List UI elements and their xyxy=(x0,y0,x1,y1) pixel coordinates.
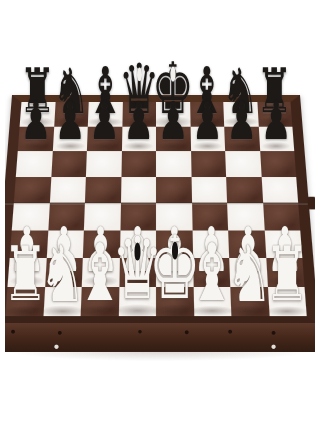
square-f3 xyxy=(192,230,229,258)
square-b7 xyxy=(52,126,88,151)
square-b1 xyxy=(43,287,82,317)
square-e6 xyxy=(156,151,191,177)
square-f5 xyxy=(191,177,227,203)
square-f1 xyxy=(193,287,231,317)
square-d7 xyxy=(121,126,156,151)
square-b6 xyxy=(51,151,87,177)
square-f7 xyxy=(190,126,225,151)
square-a1 xyxy=(5,287,44,317)
square-c2 xyxy=(82,258,120,287)
square-c8 xyxy=(88,102,123,126)
square-h8 xyxy=(257,102,292,126)
square-a7 xyxy=(18,126,54,151)
square-f6 xyxy=(191,151,227,177)
square-h2 xyxy=(266,258,305,287)
board-shadow xyxy=(11,351,309,361)
square-a5 xyxy=(14,177,51,203)
square-h7 xyxy=(258,126,294,151)
square-a3 xyxy=(10,230,48,258)
board-fold-seam xyxy=(5,202,315,204)
square-h1 xyxy=(267,287,306,317)
chess-set-photo: ♜♞♝♛♚♝♞♜♟♟♟♟♟♟♟♟♟♟♟♟♟♟♟♟♜♞♝♛♚♝♞♜ xyxy=(5,0,315,430)
square-e8 xyxy=(156,102,190,126)
square-f2 xyxy=(193,258,231,287)
square-c5 xyxy=(85,177,121,203)
board-front-edge xyxy=(5,323,315,352)
square-g8 xyxy=(223,102,258,126)
square-g5 xyxy=(226,177,263,203)
square-g4 xyxy=(227,203,264,230)
square-b3 xyxy=(46,230,84,258)
square-c6 xyxy=(86,151,122,177)
square-g1 xyxy=(230,287,269,317)
square-g3 xyxy=(228,230,266,258)
square-e5 xyxy=(156,177,192,203)
square-e1 xyxy=(156,287,194,317)
square-g7 xyxy=(224,126,260,151)
square-d6 xyxy=(121,151,156,177)
square-h6 xyxy=(260,151,296,177)
finial-tip xyxy=(137,67,142,81)
square-c7 xyxy=(87,126,122,151)
square-h5 xyxy=(261,177,298,203)
finial-tip xyxy=(170,66,175,81)
square-a4 xyxy=(12,203,50,230)
square-e3 xyxy=(156,230,193,258)
square-b8 xyxy=(54,102,89,126)
square-a6 xyxy=(16,151,52,177)
square-d8 xyxy=(122,102,156,126)
square-e2 xyxy=(156,258,193,287)
square-g6 xyxy=(225,151,261,177)
square-h4 xyxy=(263,203,301,230)
square-h3 xyxy=(264,230,302,258)
hinge-right xyxy=(307,197,315,210)
square-b4 xyxy=(48,203,85,230)
square-b5 xyxy=(49,177,86,203)
square-d4 xyxy=(120,203,156,230)
square-d3 xyxy=(119,230,156,258)
square-d1 xyxy=(118,287,156,317)
square-a8 xyxy=(20,102,55,126)
square-e4 xyxy=(156,203,192,230)
chess-board xyxy=(5,95,315,325)
square-d5 xyxy=(120,177,156,203)
square-g2 xyxy=(229,258,267,287)
square-f8 xyxy=(190,102,225,126)
square-b2 xyxy=(45,258,83,287)
square-f4 xyxy=(192,203,229,230)
square-c1 xyxy=(81,287,119,317)
square-c4 xyxy=(84,203,121,230)
square-c3 xyxy=(83,230,120,258)
square-a2 xyxy=(7,258,46,287)
square-d2 xyxy=(119,258,156,287)
square-e7 xyxy=(156,126,191,151)
